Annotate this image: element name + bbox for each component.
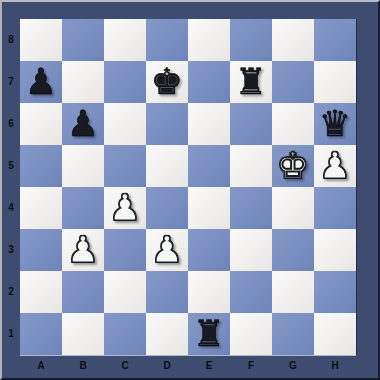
square-a8[interactable] (20, 19, 62, 61)
square-f3[interactable] (230, 229, 272, 271)
square-e8[interactable] (188, 19, 230, 61)
square-d2[interactable] (146, 271, 188, 313)
square-f5[interactable] (230, 145, 272, 187)
square-a4[interactable] (20, 187, 62, 229)
square-b1[interactable] (62, 313, 104, 355)
square-b8[interactable] (62, 19, 104, 61)
square-c1[interactable] (104, 313, 146, 355)
white-pawn[interactable]: ♟ (67, 229, 99, 271)
square-b4[interactable] (62, 187, 104, 229)
square-g4[interactable] (272, 187, 314, 229)
square-h6[interactable]: ♛ (314, 103, 356, 145)
square-d5[interactable] (146, 145, 188, 187)
rank-label-3: 3 (2, 229, 20, 271)
square-g6[interactable] (272, 103, 314, 145)
square-c3[interactable] (104, 229, 146, 271)
black-king[interactable]: ♚ (151, 61, 183, 103)
rank-label-4: 4 (2, 187, 20, 229)
square-e3[interactable] (188, 229, 230, 271)
square-g2[interactable] (272, 271, 314, 313)
file-label-e: E (188, 356, 230, 378)
file-label-h: H (314, 356, 356, 378)
square-e4[interactable] (188, 187, 230, 229)
square-a3[interactable] (20, 229, 62, 271)
square-f8[interactable] (230, 19, 272, 61)
rank-label-6: 6 (2, 103, 20, 145)
file-label-c: C (104, 356, 146, 378)
square-a6[interactable] (20, 103, 62, 145)
chess-diagram: ♟♚♜♟♛♚♟♟♟♟♜ 87654321 ABCDEFGH (0, 0, 380, 380)
file-label-g: G (272, 356, 314, 378)
square-a5[interactable] (20, 145, 62, 187)
white-pawn[interactable]: ♟ (151, 229, 183, 271)
square-e1[interactable]: ♜ (188, 313, 230, 355)
white-pawn[interactable]: ♟ (109, 187, 141, 229)
board: ♟♚♜♟♛♚♟♟♟♟♜ (20, 19, 356, 355)
square-d8[interactable] (146, 19, 188, 61)
rank-label-7: 7 (2, 61, 20, 103)
square-c7[interactable] (104, 61, 146, 103)
square-b3[interactable]: ♟ (62, 229, 104, 271)
white-pawn[interactable]: ♟ (319, 145, 351, 187)
square-h8[interactable] (314, 19, 356, 61)
file-label-b: B (62, 356, 104, 378)
square-d1[interactable] (146, 313, 188, 355)
rank-label-1: 1 (2, 313, 20, 355)
square-b2[interactable] (62, 271, 104, 313)
square-g7[interactable] (272, 61, 314, 103)
square-g1[interactable] (272, 313, 314, 355)
square-a2[interactable] (20, 271, 62, 313)
black-pawn[interactable]: ♟ (25, 61, 57, 103)
square-d3[interactable]: ♟ (146, 229, 188, 271)
square-e2[interactable] (188, 271, 230, 313)
square-c8[interactable] (104, 19, 146, 61)
rank-label-8: 8 (2, 19, 20, 61)
square-c2[interactable] (104, 271, 146, 313)
black-pawn[interactable]: ♟ (67, 103, 99, 145)
square-c6[interactable] (104, 103, 146, 145)
square-f2[interactable] (230, 271, 272, 313)
square-f6[interactable] (230, 103, 272, 145)
square-g8[interactable] (272, 19, 314, 61)
square-c5[interactable] (104, 145, 146, 187)
square-f7[interactable]: ♜ (230, 61, 272, 103)
square-g3[interactable] (272, 229, 314, 271)
white-king[interactable]: ♚ (277, 145, 309, 187)
square-b7[interactable] (62, 61, 104, 103)
square-h7[interactable] (314, 61, 356, 103)
square-f4[interactable] (230, 187, 272, 229)
square-d6[interactable] (146, 103, 188, 145)
file-label-f: F (230, 356, 272, 378)
square-h1[interactable] (314, 313, 356, 355)
black-queen[interactable]: ♛ (319, 103, 351, 145)
square-b5[interactable] (62, 145, 104, 187)
square-a1[interactable] (20, 313, 62, 355)
square-a7[interactable]: ♟ (20, 61, 62, 103)
square-e6[interactable] (188, 103, 230, 145)
square-h2[interactable] (314, 271, 356, 313)
square-e5[interactable] (188, 145, 230, 187)
square-c4[interactable]: ♟ (104, 187, 146, 229)
square-b6[interactable]: ♟ (62, 103, 104, 145)
square-h5[interactable]: ♟ (314, 145, 356, 187)
rank-label-2: 2 (2, 271, 20, 313)
square-g5[interactable]: ♚ (272, 145, 314, 187)
rank-label-5: 5 (2, 145, 20, 187)
square-h3[interactable] (314, 229, 356, 271)
file-label-a: A (20, 356, 62, 378)
black-rook[interactable]: ♜ (193, 313, 225, 355)
square-f1[interactable] (230, 313, 272, 355)
square-d7[interactable]: ♚ (146, 61, 188, 103)
square-d4[interactable] (146, 187, 188, 229)
black-rook[interactable]: ♜ (235, 61, 267, 103)
square-e7[interactable] (188, 61, 230, 103)
file-label-d: D (146, 356, 188, 378)
square-h4[interactable] (314, 187, 356, 229)
